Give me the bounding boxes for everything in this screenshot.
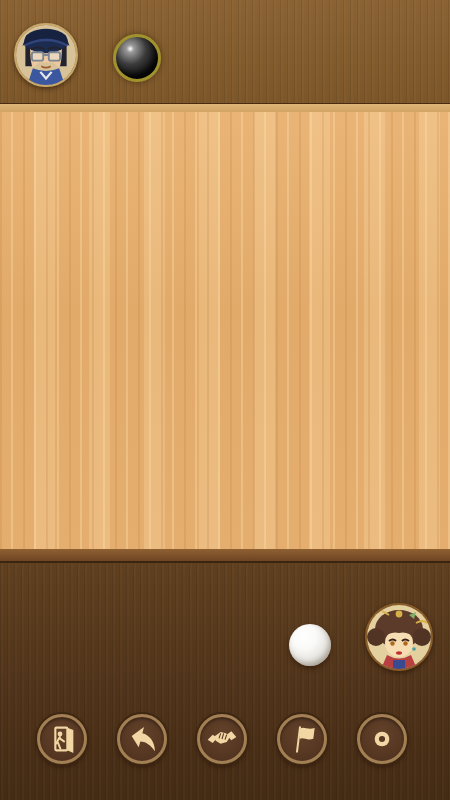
handshake-icon bbox=[206, 723, 238, 755]
board-grid bbox=[0, 112, 450, 549]
white-player-avatar[interactable] bbox=[365, 603, 433, 671]
settings-button[interactable] bbox=[357, 714, 407, 764]
gear-icon bbox=[366, 723, 398, 755]
draw-offer-button[interactable] bbox=[197, 714, 247, 764]
black-turn-stone-indicator bbox=[113, 34, 161, 82]
male-avatar-illustration bbox=[16, 25, 76, 85]
game-screen bbox=[0, 0, 450, 800]
exit-door-icon bbox=[46, 723, 78, 755]
resign-button[interactable] bbox=[277, 714, 327, 764]
exit-button[interactable] bbox=[37, 714, 87, 764]
undo-button[interactable] bbox=[117, 714, 167, 764]
white-stone-indicator bbox=[289, 624, 331, 666]
female-avatar-illustration bbox=[367, 605, 431, 669]
undo-arrow-icon bbox=[126, 723, 158, 755]
flag-icon bbox=[286, 723, 318, 755]
black-player-avatar[interactable] bbox=[14, 23, 78, 87]
board-bottom-edge bbox=[0, 549, 450, 563]
